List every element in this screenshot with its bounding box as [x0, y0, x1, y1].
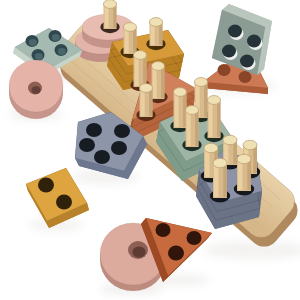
pink-donut-loose-left	[9, 60, 63, 119]
scene-canvas	[0, 0, 300, 300]
toy-product-photo	[0, 0, 300, 300]
